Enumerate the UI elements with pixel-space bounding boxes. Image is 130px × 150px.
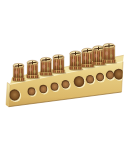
product-photo: [0, 0, 130, 150]
screw-slot-vertical: [46, 58, 47, 62]
iridescent-patch-pink: [29, 67, 32, 71]
hole-interior: [115, 70, 124, 79]
iridescent-patch-green: [76, 61, 79, 65]
iridescent-patch-pink: [105, 51, 108, 55]
hole-interior: [10, 90, 19, 100]
hole-interior: [29, 88, 35, 94]
screw-slot-vertical: [98, 47, 99, 51]
iridescent-patch-pink: [72, 58, 75, 62]
iridescent-patch-green: [47, 67, 50, 71]
iridescent-patch-green: [88, 58, 91, 62]
screw-slot-vertical: [18, 64, 19, 68]
iridescent-patch-green: [59, 64, 62, 68]
iridescent-patch-pink: [42, 64, 45, 68]
hole-interior: [97, 74, 103, 81]
clamp-screw-1: [12, 63, 26, 82]
clamp-screw-8: [102, 43, 117, 64]
hole-interior: [63, 81, 69, 88]
screw-slot-vertical: [32, 61, 33, 65]
iridescent-patch-green: [33, 70, 36, 74]
clamp-screw-4: [52, 55, 66, 75]
screw-slot-vertical: [87, 49, 88, 53]
iridescent-patch-green: [99, 56, 102, 60]
clamp-screw-5: [69, 51, 83, 71]
clamp-screw-3: [40, 57, 54, 76]
screw-slot-vertical: [75, 52, 76, 56]
iridescent-patch-pink: [95, 54, 98, 58]
iridescent-patch-pink: [84, 56, 87, 60]
terminal-bar-illustration: [0, 0, 130, 150]
clamp-screw-2: [26, 60, 40, 79]
hole-interior: [52, 84, 58, 90]
iridescent-patch-pink: [15, 70, 18, 74]
iridescent-patch-green: [110, 54, 113, 58]
hole-interior: [41, 86, 47, 92]
hole-interior: [75, 77, 84, 86]
iridescent-patch-pink: [55, 62, 58, 66]
hole-interior: [87, 76, 93, 83]
screw-slot-vertical: [58, 55, 59, 59]
screw-slot-vertical: [109, 44, 110, 48]
iridescent-patch-green: [19, 73, 22, 77]
hole-interior: [107, 72, 114, 79]
